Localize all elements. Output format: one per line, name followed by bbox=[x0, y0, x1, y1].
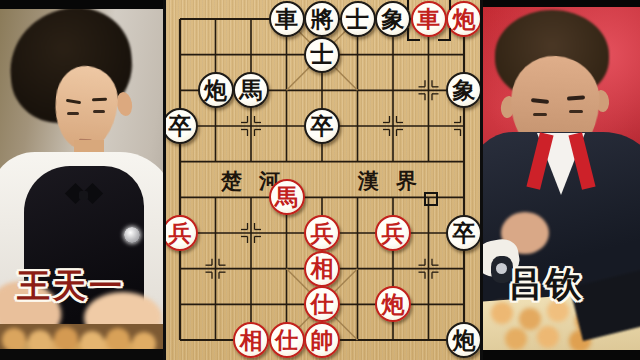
piece-glyph: 炮 bbox=[453, 7, 476, 30]
piece-glyph: 士 bbox=[311, 42, 334, 65]
piece-red-相[interactable]: 相 bbox=[233, 322, 269, 358]
piece-glyph: 馬 bbox=[240, 78, 263, 101]
left-player-badge bbox=[124, 227, 140, 243]
left-player-name: 王天一 bbox=[17, 264, 125, 309]
piece-black-士[interactable]: 士 bbox=[340, 1, 376, 37]
river-label-han-jie: 漢界 bbox=[358, 167, 434, 195]
piece-glyph: 兵 bbox=[311, 221, 334, 244]
piece-red-兵[interactable]: 兵 bbox=[304, 215, 340, 251]
left-player-ear bbox=[115, 91, 134, 117]
piece-glyph: 相 bbox=[240, 328, 263, 351]
piece-glyph: 相 bbox=[311, 256, 334, 279]
piece-glyph: 車 bbox=[417, 7, 440, 30]
piece-red-兵[interactable]: 兵 bbox=[375, 215, 411, 251]
left-player-bowtie-knot bbox=[79, 191, 88, 200]
piece-black-象[interactable]: 象 bbox=[375, 1, 411, 37]
piece-red-相[interactable]: 相 bbox=[304, 251, 340, 287]
piece-glyph: 士 bbox=[346, 7, 369, 30]
piece-black-士[interactable]: 士 bbox=[304, 37, 340, 73]
left-player-photo: 王天一 bbox=[0, 0, 163, 360]
piece-black-車[interactable]: 車 bbox=[269, 1, 305, 37]
piece-glyph: 炮 bbox=[382, 292, 405, 315]
piece-glyph: 兵 bbox=[382, 221, 405, 244]
right-player-eye bbox=[533, 113, 547, 116]
piece-glyph: 象 bbox=[382, 7, 405, 30]
piece-glyph: 仕 bbox=[275, 328, 298, 351]
piece-black-將[interactable]: 將 bbox=[304, 1, 340, 37]
piece-glyph: 馬 bbox=[275, 185, 298, 208]
left-top-bar bbox=[0, 0, 163, 9]
piece-red-帥[interactable]: 帥 bbox=[304, 322, 340, 358]
piece-black-炮[interactable]: 炮 bbox=[198, 72, 234, 108]
video-frame: 王天一 楚河 漢界 車將士象士炮馬象卒卒卒炮車炮馬兵兵兵相仕炮相仕帥 吕钦 bbox=[0, 0, 640, 360]
piece-glyph: 車 bbox=[275, 7, 298, 30]
piece-black-炮[interactable]: 炮 bbox=[446, 322, 482, 358]
right-player-watch-face bbox=[496, 263, 507, 274]
piece-glyph: 兵 bbox=[169, 221, 192, 244]
right-bottom-bar bbox=[483, 350, 640, 360]
piece-glyph: 炮 bbox=[453, 328, 476, 351]
piece-black-卒[interactable]: 卒 bbox=[446, 215, 482, 251]
right-player-eye bbox=[569, 110, 583, 113]
left-player-eye bbox=[93, 110, 105, 113]
piece-red-馬[interactable]: 馬 bbox=[269, 179, 305, 215]
piece-glyph: 卒 bbox=[311, 114, 334, 137]
piece-red-車[interactable]: 車 bbox=[411, 1, 447, 37]
right-player-name: 吕钦 bbox=[508, 261, 584, 308]
piece-black-卒[interactable]: 卒 bbox=[163, 108, 198, 144]
left-player-eye bbox=[67, 112, 79, 115]
piece-red-兵[interactable]: 兵 bbox=[163, 215, 198, 251]
piece-red-炮[interactable]: 炮 bbox=[446, 1, 482, 37]
piece-glyph: 象 bbox=[453, 78, 476, 101]
piece-black-卒[interactable]: 卒 bbox=[304, 108, 340, 144]
right-top-bar bbox=[483, 0, 640, 7]
piece-glyph: 將 bbox=[311, 7, 334, 30]
piece-glyph: 仕 bbox=[311, 292, 334, 315]
piece-glyph: 卒 bbox=[453, 221, 476, 244]
right-player-photo: 吕钦 bbox=[483, 0, 640, 360]
xiangqi-board: 楚河 漢界 車將士象士炮馬象卒卒卒炮車炮馬兵兵兵相仕炮相仕帥 bbox=[163, 0, 483, 360]
piece-red-仕[interactable]: 仕 bbox=[269, 322, 305, 358]
piece-glyph: 卒 bbox=[169, 114, 192, 137]
last-move-from-marker bbox=[424, 192, 438, 206]
left-bottom-bar bbox=[0, 349, 163, 360]
piece-glyph: 帥 bbox=[311, 328, 334, 351]
piece-glyph: 炮 bbox=[204, 78, 227, 101]
